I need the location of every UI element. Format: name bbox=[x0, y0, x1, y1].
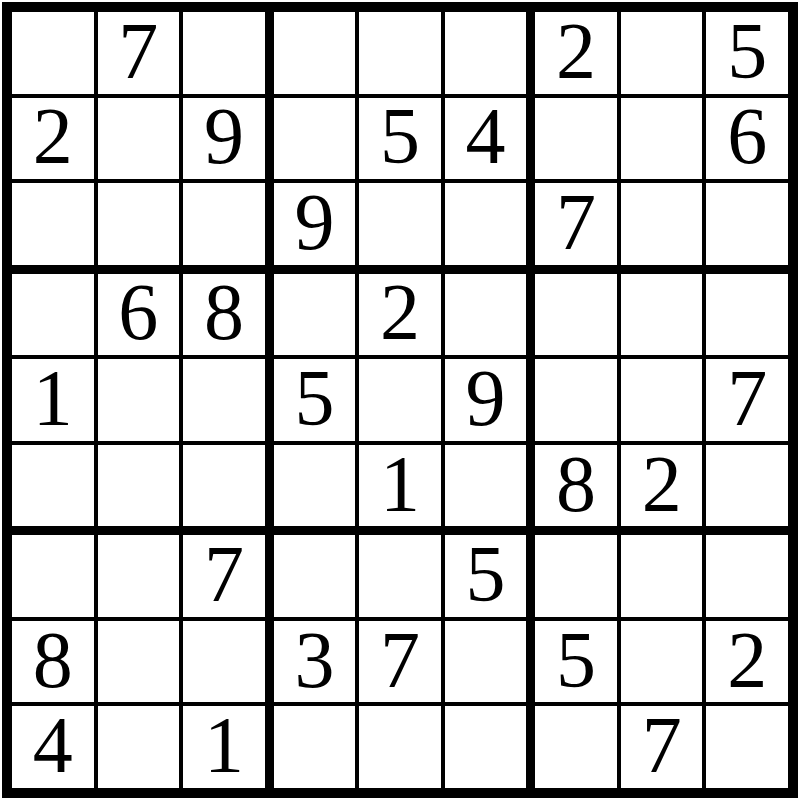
given-digit: 2 bbox=[556, 12, 596, 91]
cell-r9c8[interactable]: 7 bbox=[621, 706, 703, 788]
cell-r5c1[interactable]: 1 bbox=[12, 359, 94, 441]
box-1-2: 549 bbox=[274, 12, 527, 265]
cell-r3c8[interactable] bbox=[621, 183, 703, 265]
given-digit: 7 bbox=[204, 535, 244, 614]
cell-r1c9[interactable]: 5 bbox=[706, 12, 788, 94]
given-digit: 3 bbox=[294, 621, 334, 700]
box-1-1: 729 bbox=[12, 12, 265, 265]
cell-r6c3[interactable] bbox=[183, 445, 265, 527]
given-digit: 8 bbox=[204, 274, 244, 353]
cell-r7c5[interactable] bbox=[359, 535, 441, 617]
cell-r1c2[interactable]: 7 bbox=[98, 12, 180, 94]
cell-r4c6[interactable] bbox=[445, 274, 527, 356]
given-digit: 7 bbox=[118, 12, 158, 91]
box-3-3: 527 bbox=[535, 535, 788, 788]
cell-r8c6[interactable] bbox=[445, 621, 527, 703]
cell-r6c2[interactable] bbox=[98, 445, 180, 527]
cell-r2c4[interactable] bbox=[274, 98, 356, 180]
given-digit: 9 bbox=[294, 183, 334, 262]
cell-r2c9[interactable]: 6 bbox=[706, 98, 788, 180]
cell-r4c4[interactable] bbox=[274, 274, 356, 356]
box-2-3: 782 bbox=[535, 274, 788, 527]
cell-r8c3[interactable] bbox=[183, 621, 265, 703]
cell-r2c2[interactable] bbox=[98, 98, 180, 180]
given-digit: 7 bbox=[727, 359, 767, 438]
cell-r8c2[interactable] bbox=[98, 621, 180, 703]
given-digit: 7 bbox=[642, 706, 682, 785]
cell-r2c8[interactable] bbox=[621, 98, 703, 180]
cell-r4c9[interactable] bbox=[706, 274, 788, 356]
cell-r7c8[interactable] bbox=[621, 535, 703, 617]
given-digit: 1 bbox=[204, 706, 244, 785]
cell-r6c7[interactable]: 8 bbox=[535, 445, 617, 527]
cell-r9c1[interactable]: 4 bbox=[12, 706, 94, 788]
cell-r7c3[interactable]: 7 bbox=[183, 535, 265, 617]
given-digit: 2 bbox=[33, 98, 73, 177]
given-digit: 8 bbox=[556, 445, 596, 524]
cell-r1c7[interactable]: 2 bbox=[535, 12, 617, 94]
cell-r2c3[interactable]: 9 bbox=[183, 98, 265, 180]
box-3-2: 537 bbox=[274, 535, 527, 788]
cell-r3c9[interactable] bbox=[706, 183, 788, 265]
cell-r1c6[interactable] bbox=[445, 12, 527, 94]
cell-r8c9[interactable]: 2 bbox=[706, 621, 788, 703]
cell-r3c2[interactable] bbox=[98, 183, 180, 265]
cell-r4c2[interactable]: 6 bbox=[98, 274, 180, 356]
given-digit: 1 bbox=[33, 359, 73, 438]
box-1-3: 2567 bbox=[535, 12, 788, 265]
given-digit: 2 bbox=[642, 445, 682, 524]
cell-r5c5[interactable] bbox=[359, 359, 441, 441]
given-digit: 8 bbox=[33, 621, 73, 700]
cell-r9c9[interactable] bbox=[706, 706, 788, 788]
given-digit: 9 bbox=[466, 359, 506, 438]
cell-r5c4[interactable]: 5 bbox=[274, 359, 356, 441]
cell-r7c7[interactable] bbox=[535, 535, 617, 617]
cell-r5c8[interactable] bbox=[621, 359, 703, 441]
given-digit: 7 bbox=[380, 621, 420, 700]
cell-r3c3[interactable] bbox=[183, 183, 265, 265]
cell-r9c5[interactable] bbox=[359, 706, 441, 788]
sudoku-page: 729549256768125917827841537527 bbox=[0, 0, 800, 800]
given-digit: 2 bbox=[727, 621, 767, 700]
given-digit: 4 bbox=[466, 98, 506, 177]
given-digit: 5 bbox=[294, 359, 334, 438]
cell-r6c6[interactable] bbox=[445, 445, 527, 527]
cell-r3c7[interactable]: 7 bbox=[535, 183, 617, 265]
box-2-1: 681 bbox=[12, 274, 265, 527]
box-2-2: 2591 bbox=[274, 274, 527, 527]
cell-r2c5[interactable]: 5 bbox=[359, 98, 441, 180]
given-digit: 9 bbox=[204, 98, 244, 177]
cell-r7c2[interactable] bbox=[98, 535, 180, 617]
cell-r7c1[interactable] bbox=[12, 535, 94, 617]
cell-r5c2[interactable] bbox=[98, 359, 180, 441]
cell-r8c7[interactable]: 5 bbox=[535, 621, 617, 703]
cell-r3c5[interactable] bbox=[359, 183, 441, 265]
cell-r1c1[interactable] bbox=[12, 12, 94, 94]
cell-r4c1[interactable] bbox=[12, 274, 94, 356]
cell-r7c9[interactable] bbox=[706, 535, 788, 617]
given-digit: 2 bbox=[380, 274, 420, 353]
given-digit: 6 bbox=[118, 274, 158, 353]
cell-r6c4[interactable] bbox=[274, 445, 356, 527]
cell-r4c5[interactable]: 2 bbox=[359, 274, 441, 356]
cell-r3c4[interactable]: 9 bbox=[274, 183, 356, 265]
box-3-1: 7841 bbox=[12, 535, 265, 788]
cell-r4c3[interactable]: 8 bbox=[183, 274, 265, 356]
cell-r2c6[interactable]: 4 bbox=[445, 98, 527, 180]
cell-r1c8[interactable] bbox=[621, 12, 703, 94]
cell-r5c9[interactable]: 7 bbox=[706, 359, 788, 441]
cell-r8c1[interactable]: 8 bbox=[12, 621, 94, 703]
cell-r8c8[interactable] bbox=[621, 621, 703, 703]
cell-r6c9[interactable] bbox=[706, 445, 788, 527]
cell-r1c3[interactable] bbox=[183, 12, 265, 94]
cell-r6c1[interactable] bbox=[12, 445, 94, 527]
cell-r1c5[interactable] bbox=[359, 12, 441, 94]
cell-r1c4[interactable] bbox=[274, 12, 356, 94]
cell-r9c3[interactable]: 1 bbox=[183, 706, 265, 788]
cell-r7c6[interactable]: 5 bbox=[445, 535, 527, 617]
cell-r5c6[interactable]: 9 bbox=[445, 359, 527, 441]
given-digit: 4 bbox=[33, 706, 73, 785]
given-digit: 7 bbox=[556, 183, 596, 262]
cell-r6c8[interactable]: 2 bbox=[621, 445, 703, 527]
cell-r9c7[interactable] bbox=[535, 706, 617, 788]
cell-r4c8[interactable] bbox=[621, 274, 703, 356]
cell-r3c6[interactable] bbox=[445, 183, 527, 265]
cell-r5c7[interactable] bbox=[535, 359, 617, 441]
cell-r8c5[interactable]: 7 bbox=[359, 621, 441, 703]
cell-r5c3[interactable] bbox=[183, 359, 265, 441]
given-digit: 5 bbox=[556, 621, 596, 700]
given-digit: 6 bbox=[727, 98, 767, 177]
given-digit: 5 bbox=[380, 98, 420, 177]
cell-r4c7[interactable] bbox=[535, 274, 617, 356]
given-digit: 5 bbox=[727, 12, 767, 91]
cell-r2c7[interactable] bbox=[535, 98, 617, 180]
cell-r9c2[interactable] bbox=[98, 706, 180, 788]
cell-r9c4[interactable] bbox=[274, 706, 356, 788]
given-digit: 1 bbox=[380, 445, 420, 524]
cell-r7c4[interactable] bbox=[274, 535, 356, 617]
cell-r3c1[interactable] bbox=[12, 183, 94, 265]
cell-r9c6[interactable] bbox=[445, 706, 527, 788]
cell-r6c5[interactable]: 1 bbox=[359, 445, 441, 527]
sudoku-board: 729549256768125917827841537527 bbox=[2, 2, 798, 798]
cell-r8c4[interactable]: 3 bbox=[274, 621, 356, 703]
cell-r2c1[interactable]: 2 bbox=[12, 98, 94, 180]
given-digit: 5 bbox=[466, 535, 506, 614]
